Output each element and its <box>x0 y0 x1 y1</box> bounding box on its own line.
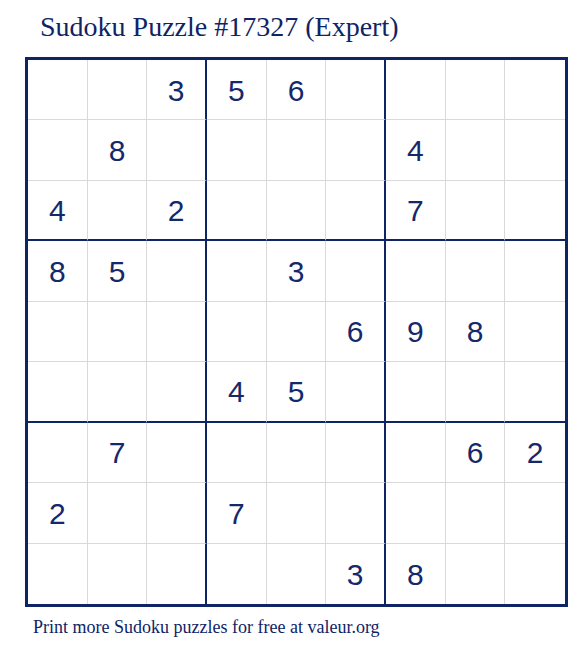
cell-r4c4[interactable] <box>207 241 267 301</box>
given-digit: 2 <box>168 196 185 226</box>
cell-r3c2[interactable] <box>88 181 148 241</box>
cell-r6c8[interactable] <box>446 362 506 422</box>
cell-r7c1[interactable] <box>28 423 88 483</box>
cell-r7c2[interactable]: 7 <box>88 423 148 483</box>
cell-r7c8[interactable]: 6 <box>446 423 506 483</box>
cell-r9c2[interactable] <box>88 544 148 604</box>
cell-r5c9[interactable] <box>505 302 565 362</box>
cell-r3c3[interactable]: 2 <box>147 181 207 241</box>
cell-r6c6[interactable] <box>326 362 386 422</box>
given-digit: 2 <box>527 438 544 468</box>
cell-r8c3[interactable] <box>147 483 207 543</box>
given-digit: 5 <box>288 377 305 407</box>
given-digit: 5 <box>228 76 245 106</box>
cell-r7c4[interactable] <box>207 423 267 483</box>
given-digit: 6 <box>288 76 305 106</box>
cell-r2c7[interactable]: 4 <box>386 120 446 180</box>
cell-r1c4[interactable]: 5 <box>207 60 267 120</box>
cell-r2c6[interactable] <box>326 120 386 180</box>
cell-r4c5[interactable]: 3 <box>267 241 327 301</box>
given-digit: 5 <box>109 257 126 287</box>
cell-r1c7[interactable] <box>386 60 446 120</box>
cell-r3c9[interactable] <box>505 181 565 241</box>
given-digit: 3 <box>288 257 305 287</box>
cell-r2c3[interactable] <box>147 120 207 180</box>
cell-r6c5[interactable]: 5 <box>267 362 327 422</box>
sudoku-grid: 35684427853698457622738 <box>25 57 568 607</box>
cell-r5c7[interactable]: 9 <box>386 302 446 362</box>
cell-r5c8[interactable]: 8 <box>446 302 506 362</box>
cell-r2c9[interactable] <box>505 120 565 180</box>
cell-r1c5[interactable]: 6 <box>267 60 327 120</box>
given-digit: 8 <box>49 257 66 287</box>
cell-r9c3[interactable] <box>147 544 207 604</box>
given-digit: 8 <box>467 317 484 347</box>
cell-r8c4[interactable]: 7 <box>207 483 267 543</box>
cell-r8c6[interactable] <box>326 483 386 543</box>
cell-r7c7[interactable] <box>386 423 446 483</box>
cell-r9c5[interactable] <box>267 544 327 604</box>
cell-r7c9[interactable]: 2 <box>505 423 565 483</box>
cell-r8c5[interactable] <box>267 483 327 543</box>
cell-r7c6[interactable] <box>326 423 386 483</box>
given-digit: 8 <box>109 136 126 166</box>
cell-r4c9[interactable] <box>505 241 565 301</box>
cell-r4c6[interactable] <box>326 241 386 301</box>
cell-r6c4[interactable]: 4 <box>207 362 267 422</box>
given-digit: 8 <box>407 560 424 590</box>
cell-r1c6[interactable] <box>326 60 386 120</box>
cell-r9c6[interactable]: 3 <box>326 544 386 604</box>
cell-r8c2[interactable] <box>88 483 148 543</box>
given-digit: 6 <box>467 438 484 468</box>
cell-r1c9[interactable] <box>505 60 565 120</box>
cell-r3c1[interactable]: 4 <box>28 181 88 241</box>
cell-r9c7[interactable]: 8 <box>386 544 446 604</box>
given-digit: 7 <box>109 438 126 468</box>
cell-r9c4[interactable] <box>207 544 267 604</box>
cell-r4c2[interactable]: 5 <box>88 241 148 301</box>
footer-text: Print more Sudoku puzzles for free at va… <box>33 615 380 639</box>
cell-r9c8[interactable] <box>446 544 506 604</box>
cell-r8c8[interactable] <box>446 483 506 543</box>
cell-r5c5[interactable] <box>267 302 327 362</box>
given-digit: 9 <box>407 317 424 347</box>
cell-r2c1[interactable] <box>28 120 88 180</box>
cell-r2c8[interactable] <box>446 120 506 180</box>
cell-r9c9[interactable] <box>505 544 565 604</box>
cell-r9c1[interactable] <box>28 544 88 604</box>
cell-r4c3[interactable] <box>147 241 207 301</box>
cell-r3c8[interactable] <box>446 181 506 241</box>
given-digit: 3 <box>168 76 185 106</box>
cell-r5c2[interactable] <box>88 302 148 362</box>
cell-r8c1[interactable]: 2 <box>28 483 88 543</box>
given-digit: 4 <box>49 196 66 226</box>
cell-r2c2[interactable]: 8 <box>88 120 148 180</box>
cell-r6c7[interactable] <box>386 362 446 422</box>
cell-r5c1[interactable] <box>28 302 88 362</box>
cell-r3c4[interactable] <box>207 181 267 241</box>
cell-r7c5[interactable] <box>267 423 327 483</box>
cell-r4c8[interactable] <box>446 241 506 301</box>
cell-r5c6[interactable]: 6 <box>326 302 386 362</box>
cell-r6c9[interactable] <box>505 362 565 422</box>
given-digit: 7 <box>228 499 245 529</box>
cell-r8c9[interactable] <box>505 483 565 543</box>
cell-r3c7[interactable]: 7 <box>386 181 446 241</box>
cell-r1c2[interactable] <box>88 60 148 120</box>
cell-r1c8[interactable] <box>446 60 506 120</box>
cell-r1c1[interactable] <box>28 60 88 120</box>
given-digit: 6 <box>347 317 364 347</box>
cell-r6c3[interactable] <box>147 362 207 422</box>
cell-r4c1[interactable]: 8 <box>28 241 88 301</box>
cell-r5c3[interactable] <box>147 302 207 362</box>
cell-r6c2[interactable] <box>88 362 148 422</box>
given-digit: 4 <box>228 377 245 407</box>
given-digit: 2 <box>49 499 66 529</box>
cell-r3c5[interactable] <box>267 181 327 241</box>
given-digit: 4 <box>407 136 424 166</box>
page-title: Sudoku Puzzle #17327 (Expert) <box>40 11 399 43</box>
cell-r7c3[interactable] <box>147 423 207 483</box>
given-digit: 3 <box>347 560 364 590</box>
cell-r2c4[interactable] <box>207 120 267 180</box>
cell-r3c6[interactable] <box>326 181 386 241</box>
cell-r2c5[interactable] <box>267 120 327 180</box>
cell-r8c7[interactable] <box>386 483 446 543</box>
cell-r1c3[interactable]: 3 <box>147 60 207 120</box>
cell-r5c4[interactable] <box>207 302 267 362</box>
given-digit: 7 <box>407 196 424 226</box>
cell-r6c1[interactable] <box>28 362 88 422</box>
cell-r4c7[interactable] <box>386 241 446 301</box>
